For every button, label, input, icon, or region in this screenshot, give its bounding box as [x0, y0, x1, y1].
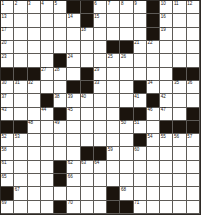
- clue-number: 28: [55, 67, 60, 72]
- black-cell: [54, 161, 67, 174]
- cell[interactable]: 36: [187, 81, 200, 94]
- clue-number: 19: [161, 27, 166, 32]
- cell[interactable]: [14, 147, 27, 160]
- cell[interactable]: [120, 14, 133, 27]
- cell[interactable]: [160, 174, 173, 187]
- cell[interactable]: [67, 134, 80, 147]
- cell[interactable]: [28, 94, 41, 107]
- clue-number: 18: [81, 27, 86, 32]
- black-cell: [28, 68, 41, 81]
- cell[interactable]: 33: [94, 81, 107, 94]
- cell[interactable]: [147, 201, 160, 214]
- clue-number: 35: [174, 80, 179, 85]
- cell[interactable]: [107, 161, 120, 174]
- clue-number: 65: [2, 174, 7, 179]
- cell[interactable]: [54, 14, 67, 27]
- cell[interactable]: [120, 68, 133, 81]
- cell[interactable]: 71: [134, 201, 147, 214]
- cell[interactable]: [94, 108, 107, 121]
- clue-number: 68: [121, 187, 126, 192]
- cell[interactable]: 69: [1, 201, 14, 214]
- cell[interactable]: 60: [134, 147, 147, 160]
- clue-number: 55: [161, 134, 166, 139]
- cell[interactable]: 23: [1, 54, 14, 67]
- cell[interactable]: [187, 174, 200, 187]
- cell[interactable]: [187, 28, 200, 41]
- cell[interactable]: 32: [28, 81, 41, 94]
- cell[interactable]: [120, 174, 133, 187]
- black-cell: [41, 94, 54, 107]
- cell[interactable]: [67, 187, 80, 200]
- cell[interactable]: [14, 41, 27, 54]
- cell[interactable]: [107, 14, 120, 27]
- cell[interactable]: [187, 41, 200, 54]
- cell[interactable]: 38: [54, 94, 67, 107]
- clue-number: 37: [2, 94, 7, 99]
- cell[interactable]: [28, 161, 41, 174]
- cell[interactable]: [28, 28, 41, 41]
- cell[interactable]: 2: [14, 1, 27, 14]
- cell[interactable]: 56: [173, 134, 186, 147]
- cell[interactable]: [54, 81, 67, 94]
- cell[interactable]: [134, 187, 147, 200]
- cell[interactable]: 67: [14, 187, 27, 200]
- black-cell: [187, 108, 200, 121]
- cell[interactable]: 39: [67, 94, 80, 107]
- clue-number: 34: [147, 80, 152, 85]
- clue-number: 51: [134, 120, 139, 125]
- cell[interactable]: [107, 81, 120, 94]
- clue-number: 38: [55, 94, 60, 99]
- cell[interactable]: 16: [160, 14, 173, 27]
- cell[interactable]: [160, 54, 173, 67]
- black-cell: [81, 81, 94, 94]
- cell[interactable]: [67, 147, 80, 160]
- clue-number: 67: [15, 187, 20, 192]
- cell[interactable]: [187, 201, 200, 214]
- cell[interactable]: [134, 174, 147, 187]
- cell[interactable]: 29: [94, 68, 107, 81]
- cell[interactable]: [41, 41, 54, 54]
- cell[interactable]: 1: [1, 1, 14, 14]
- cell[interactable]: 5: [54, 1, 67, 14]
- cell[interactable]: [14, 161, 27, 174]
- cell[interactable]: [54, 41, 67, 54]
- cell[interactable]: 13: [1, 14, 14, 27]
- black-cell: [120, 108, 133, 121]
- cell[interactable]: [160, 187, 173, 200]
- cell[interactable]: [67, 41, 80, 54]
- black-cell: [54, 201, 67, 214]
- cell[interactable]: [41, 54, 54, 67]
- cell[interactable]: [107, 121, 120, 134]
- cell[interactable]: [94, 201, 107, 214]
- cell[interactable]: [107, 28, 120, 41]
- black-cell: [107, 41, 120, 54]
- cell[interactable]: 30: [1, 81, 14, 94]
- cell[interactable]: [173, 54, 186, 67]
- clue-number: 71: [134, 200, 139, 205]
- cell[interactable]: [187, 14, 200, 27]
- cell[interactable]: 6: [94, 1, 107, 14]
- clue-number: 69: [2, 200, 7, 205]
- clue-number: 36: [187, 80, 192, 85]
- black-cell: [173, 121, 186, 134]
- crossword-grid: 1234567891011121314151617181920212223242…: [0, 0, 201, 215]
- cell[interactable]: [14, 54, 27, 67]
- cell[interactable]: [173, 201, 186, 214]
- clue-number: 39: [68, 94, 73, 99]
- cell[interactable]: 11: [173, 1, 186, 14]
- cell[interactable]: [120, 161, 133, 174]
- cell[interactable]: [160, 201, 173, 214]
- cell[interactable]: [147, 187, 160, 200]
- cell[interactable]: [14, 28, 27, 41]
- cell[interactable]: [187, 147, 200, 160]
- cell[interactable]: 40: [81, 94, 94, 107]
- cell[interactable]: [41, 28, 54, 41]
- cell[interactable]: 35: [173, 81, 186, 94]
- cell[interactable]: [173, 41, 186, 54]
- cell[interactable]: [14, 94, 27, 107]
- cell[interactable]: [120, 81, 133, 94]
- cell[interactable]: [187, 187, 200, 200]
- cell[interactable]: [14, 14, 27, 27]
- clue-number: 64: [94, 160, 99, 165]
- clue-number: 57: [187, 134, 192, 139]
- cell[interactable]: [28, 14, 41, 27]
- clue-number: 11: [174, 1, 179, 6]
- cell[interactable]: 8: [120, 1, 133, 14]
- cell[interactable]: 7: [107, 1, 120, 14]
- black-cell: [81, 68, 94, 81]
- cell[interactable]: [147, 174, 160, 187]
- black-cell: [134, 108, 147, 121]
- cell[interactable]: [107, 174, 120, 187]
- cell[interactable]: 37: [1, 94, 14, 107]
- black-cell: [147, 94, 160, 107]
- cell[interactable]: [28, 201, 41, 214]
- cell[interactable]: [107, 108, 120, 121]
- cell[interactable]: [41, 187, 54, 200]
- cell[interactable]: [173, 14, 186, 27]
- black-cell: [67, 1, 80, 14]
- cell[interactable]: [173, 174, 186, 187]
- cell[interactable]: [107, 134, 120, 147]
- cell[interactable]: 65: [1, 174, 14, 187]
- cell[interactable]: 58: [1, 147, 14, 160]
- cell[interactable]: 21: [134, 41, 147, 54]
- cell[interactable]: [54, 147, 67, 160]
- cell[interactable]: [28, 134, 41, 147]
- cell[interactable]: 31: [14, 81, 27, 94]
- cell[interactable]: 34: [147, 81, 160, 94]
- cell[interactable]: 42: [160, 94, 173, 107]
- clue-number: 63: [81, 160, 86, 165]
- cell[interactable]: [81, 187, 94, 200]
- cell[interactable]: [147, 161, 160, 174]
- black-cell: [134, 134, 147, 147]
- cell[interactable]: [173, 187, 186, 200]
- cell[interactable]: [94, 28, 107, 41]
- cell[interactable]: 50: [120, 121, 133, 134]
- cell[interactable]: 68: [120, 187, 133, 200]
- cell[interactable]: [41, 174, 54, 187]
- clue-number: 45: [68, 107, 73, 112]
- clue-number: 47: [161, 107, 166, 112]
- black-cell: [173, 68, 186, 81]
- cell[interactable]: [41, 201, 54, 214]
- cell[interactable]: [81, 134, 94, 147]
- cell[interactable]: 14: [67, 14, 80, 27]
- black-cell: [1, 121, 14, 134]
- cell[interactable]: 18: [81, 28, 94, 41]
- black-cell: [14, 68, 27, 81]
- cell[interactable]: 24: [67, 54, 80, 67]
- clue-number: 43: [2, 107, 7, 112]
- black-cell: [187, 121, 200, 134]
- cell[interactable]: [134, 28, 147, 41]
- clue-number: 25: [108, 54, 113, 59]
- black-cell: [54, 108, 67, 121]
- cell[interactable]: [94, 174, 107, 187]
- cell[interactable]: 53: [14, 134, 27, 147]
- cell[interactable]: 61: [1, 161, 14, 174]
- clue-number: 12: [187, 1, 192, 6]
- clue-number: 48: [28, 120, 33, 125]
- black-cell: [120, 41, 133, 54]
- black-cell: [107, 187, 120, 200]
- clue-number: 13: [2, 14, 7, 19]
- cell[interactable]: [107, 68, 120, 81]
- cell[interactable]: [41, 161, 54, 174]
- cell[interactable]: [147, 68, 160, 81]
- cell[interactable]: 15: [94, 14, 107, 27]
- cell[interactable]: [14, 174, 27, 187]
- cell[interactable]: 63: [81, 161, 94, 174]
- clue-number: 15: [94, 14, 99, 19]
- clue-number: 1: [2, 1, 5, 6]
- cell[interactable]: [187, 94, 200, 107]
- clue-number: 66: [68, 174, 73, 179]
- clue-number: 23: [2, 54, 7, 59]
- cell[interactable]: [120, 28, 133, 41]
- cell[interactable]: 59: [107, 147, 120, 160]
- cell[interactable]: 52: [1, 134, 14, 147]
- cell[interactable]: [94, 121, 107, 134]
- black-cell: [134, 81, 147, 94]
- cell[interactable]: [187, 161, 200, 174]
- cell[interactable]: [94, 54, 107, 67]
- clue-number: 30: [2, 80, 7, 85]
- cell[interactable]: [94, 134, 107, 147]
- clue-number: 27: [41, 67, 46, 72]
- black-cell: [120, 201, 133, 214]
- cell[interactable]: [28, 54, 41, 67]
- clue-number: 2: [15, 1, 18, 6]
- black-cell: [67, 81, 80, 94]
- cell[interactable]: [160, 81, 173, 94]
- cell[interactable]: [81, 121, 94, 134]
- clue-number: 21: [134, 40, 139, 45]
- cell[interactable]: [120, 147, 133, 160]
- cell[interactable]: [54, 187, 67, 200]
- clue-number: 56: [174, 134, 179, 139]
- cell[interactable]: 44: [41, 108, 54, 121]
- black-cell: [147, 28, 160, 41]
- cell[interactable]: [120, 94, 133, 107]
- cell[interactable]: [28, 147, 41, 160]
- cell[interactable]: [81, 41, 94, 54]
- clue-number: 31: [15, 80, 20, 85]
- cell[interactable]: [134, 68, 147, 81]
- cell[interactable]: [28, 187, 41, 200]
- cell[interactable]: [67, 28, 80, 41]
- cell[interactable]: 19: [160, 28, 173, 41]
- cell[interactable]: [160, 68, 173, 81]
- cell[interactable]: 10: [160, 1, 173, 14]
- black-cell: [81, 1, 94, 14]
- cell[interactable]: [173, 147, 186, 160]
- cell[interactable]: [94, 41, 107, 54]
- cell[interactable]: 62: [67, 161, 80, 174]
- cell[interactable]: 66: [67, 174, 80, 187]
- clue-number: 20: [2, 40, 7, 45]
- clue-number: 29: [94, 67, 99, 72]
- cell[interactable]: [134, 54, 147, 67]
- cell[interactable]: [54, 28, 67, 41]
- cell[interactable]: 17: [1, 28, 14, 41]
- cell[interactable]: [28, 41, 41, 54]
- cell[interactable]: [173, 28, 186, 41]
- cell[interactable]: 49: [54, 121, 67, 134]
- black-cell: [1, 68, 14, 81]
- cell[interactable]: [134, 14, 147, 27]
- cell[interactable]: [54, 134, 67, 147]
- black-cell: [160, 121, 173, 134]
- cell[interactable]: [28, 174, 41, 187]
- clue-number: 26: [121, 54, 126, 59]
- cell[interactable]: 9: [134, 1, 147, 14]
- black-cell: [147, 1, 160, 14]
- cell[interactable]: 45: [67, 108, 80, 121]
- cell[interactable]: [81, 54, 94, 67]
- clue-number: 7: [108, 1, 111, 6]
- cell[interactable]: 4: [41, 1, 54, 14]
- cell[interactable]: [147, 121, 160, 134]
- cell[interactable]: [160, 41, 173, 54]
- cell[interactable]: 47: [160, 108, 173, 121]
- cell[interactable]: [41, 121, 54, 134]
- cell[interactable]: 46: [147, 108, 160, 121]
- cell[interactable]: [94, 187, 107, 200]
- cell[interactable]: [173, 108, 186, 121]
- black-cell: [81, 14, 94, 27]
- cell[interactable]: [81, 201, 94, 214]
- cell[interactable]: [28, 108, 41, 121]
- cell[interactable]: [14, 108, 27, 121]
- clue-number: 9: [134, 1, 137, 6]
- cell[interactable]: [120, 134, 133, 147]
- clue-number: 62: [68, 160, 73, 165]
- clue-number: 41: [134, 94, 139, 99]
- cell[interactable]: [81, 108, 94, 121]
- cell[interactable]: [67, 68, 80, 81]
- clue-number: 52: [2, 134, 7, 139]
- clue-number: 42: [161, 94, 166, 99]
- cell[interactable]: [147, 54, 160, 67]
- clue-number: 3: [28, 1, 31, 6]
- clue-number: 14: [68, 14, 73, 19]
- cell[interactable]: 55: [160, 134, 173, 147]
- clue-number: 10: [161, 1, 166, 6]
- cell[interactable]: [67, 121, 80, 134]
- cell[interactable]: [187, 54, 200, 67]
- clue-number: 40: [81, 94, 86, 99]
- cell[interactable]: [41, 14, 54, 27]
- clue-number: 32: [28, 80, 33, 85]
- cell[interactable]: 20: [1, 41, 14, 54]
- cell[interactable]: 54: [147, 134, 160, 147]
- cell[interactable]: [173, 94, 186, 107]
- clue-number: 16: [161, 14, 166, 19]
- cell[interactable]: 27: [41, 68, 54, 81]
- cell[interactable]: 57: [187, 134, 200, 147]
- cell[interactable]: [94, 94, 107, 107]
- cell[interactable]: 64: [94, 161, 107, 174]
- clue-number: 53: [15, 134, 20, 139]
- clue-number: 6: [94, 1, 97, 6]
- cell[interactable]: [81, 174, 94, 187]
- clue-number: 33: [94, 80, 99, 85]
- cell[interactable]: [147, 147, 160, 160]
- clue-number: 4: [41, 1, 44, 6]
- cell[interactable]: 51: [134, 121, 147, 134]
- cell[interactable]: [160, 147, 173, 160]
- cell[interactable]: [41, 134, 54, 147]
- black-cell: [147, 14, 160, 27]
- clue-number: 50: [121, 120, 126, 125]
- cell[interactable]: 22: [147, 41, 160, 54]
- cell[interactable]: 26: [120, 54, 133, 67]
- cell[interactable]: 3: [28, 1, 41, 14]
- cell[interactable]: 43: [1, 108, 14, 121]
- cell[interactable]: [173, 161, 186, 174]
- cell[interactable]: 70: [67, 201, 80, 214]
- cell[interactable]: 48: [28, 121, 41, 134]
- clue-number: 54: [147, 134, 152, 139]
- cell[interactable]: [160, 161, 173, 174]
- cell[interactable]: 25: [107, 54, 120, 67]
- cell[interactable]: [14, 201, 27, 214]
- clue-number: 22: [147, 40, 152, 45]
- cell[interactable]: 41: [134, 94, 147, 107]
- cell[interactable]: 28: [54, 68, 67, 81]
- clue-number: 60: [134, 147, 139, 152]
- black-cell: [14, 121, 27, 134]
- clue-number: 8: [121, 1, 124, 6]
- cell[interactable]: 12: [187, 1, 200, 14]
- clue-number: 44: [41, 107, 46, 112]
- cell[interactable]: [134, 161, 147, 174]
- clue-number: 59: [108, 147, 113, 152]
- cell[interactable]: [107, 94, 120, 107]
- cell[interactable]: [41, 147, 54, 160]
- clue-number: 70: [68, 200, 73, 205]
- cell[interactable]: [41, 81, 54, 94]
- black-cell: [54, 54, 67, 67]
- black-cell: [187, 68, 200, 81]
